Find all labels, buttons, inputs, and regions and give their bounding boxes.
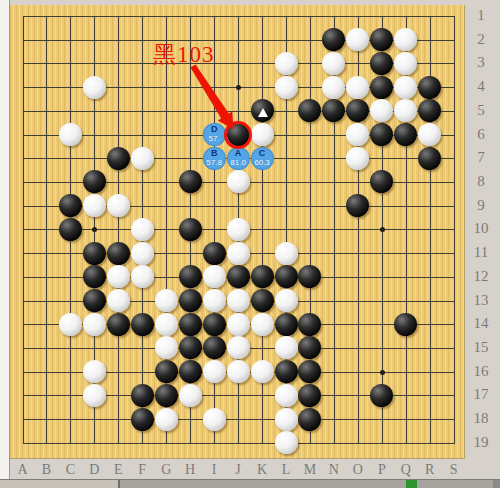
col-label-K: K (250, 462, 274, 478)
row-label-19: 19 (468, 434, 494, 451)
row-label-2: 2 (468, 31, 494, 48)
col-label-O: O (346, 462, 370, 478)
left-panel-edge (0, 0, 10, 479)
row-label-13: 13 (468, 292, 494, 309)
col-label-C: C (58, 462, 82, 478)
col-label-I: I (202, 462, 226, 478)
col-label-P: P (370, 462, 394, 478)
bottom-scrollbar[interactable] (0, 479, 500, 488)
col-label-E: E (106, 462, 130, 478)
row-label-14: 14 (468, 315, 494, 332)
col-label-F: F (130, 462, 154, 478)
row-label-17: 17 (468, 386, 494, 403)
col-label-A: A (11, 462, 35, 478)
row-label-18: 18 (468, 410, 494, 427)
col-label-J: J (226, 462, 250, 478)
row-label-3: 3 (468, 54, 494, 71)
row-label-16: 16 (468, 363, 494, 380)
scrollbar-end-cap (493, 480, 500, 488)
go-app-window: D57.B57.8A81.0C60.3ABCDEFGHIJKLMNOPQRS12… (0, 0, 500, 488)
row-label-15: 15 (468, 339, 494, 356)
col-label-G: G (154, 462, 178, 478)
row-label-8: 8 (468, 173, 494, 190)
row-label-1: 1 (468, 7, 494, 24)
scrollbar-left-segment (0, 480, 118, 488)
scrollbar-divider (118, 480, 120, 488)
row-label-11: 11 (468, 244, 494, 261)
col-label-B: B (34, 462, 58, 478)
progress-marker (406, 480, 417, 488)
col-label-Q: Q (394, 462, 418, 478)
col-label-S: S (442, 462, 466, 478)
row-label-9: 9 (468, 197, 494, 214)
move-annotation: 黑103 (153, 39, 215, 70)
col-label-L: L (274, 462, 298, 478)
row-label-10: 10 (468, 220, 494, 237)
row-label-7: 7 (468, 149, 494, 166)
row-label-5: 5 (468, 102, 494, 119)
col-label-N: N (322, 462, 346, 478)
col-label-M: M (298, 462, 322, 478)
row-label-6: 6 (468, 126, 494, 143)
row-label-4: 4 (468, 78, 494, 95)
col-label-D: D (82, 462, 106, 478)
row-label-12: 12 (468, 268, 494, 285)
go-board[interactable] (10, 5, 465, 459)
col-label-R: R (418, 462, 442, 478)
col-label-H: H (178, 462, 202, 478)
